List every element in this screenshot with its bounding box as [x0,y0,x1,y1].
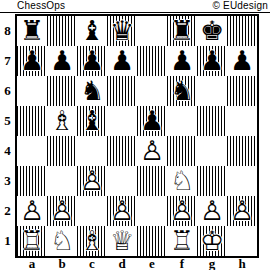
square-e7[interactable] [137,46,167,76]
square-b8[interactable] [47,16,77,46]
square-f3[interactable]: ♞♘ [167,166,197,196]
piece-white-knight-fill: ♞ [167,166,197,196]
piece-white-rook-fill: ♜ [17,226,47,256]
square-f2[interactable]: ♟♙ [167,196,197,226]
square-h6[interactable] [227,76,257,106]
square-e4[interactable]: ♟♙ [137,136,167,166]
square-e5[interactable]: ♟ [137,106,167,136]
piece-white-bishop: ♗ [47,106,77,136]
square-e6[interactable] [137,76,167,106]
square-f1[interactable]: ♜♖ [167,226,197,256]
piece-black-king: ♚ [197,16,227,46]
square-g7[interactable]: ♟ [197,46,227,76]
square-c1[interactable]: ♝♗ [77,226,107,256]
piece-black-bishop: ♝ [77,16,107,46]
square-b1[interactable]: ♞♘ [47,226,77,256]
rank-label-2: 2 [0,196,15,226]
piece-white-pawn: ♙ [227,196,257,226]
file-label-d: d [107,257,137,270]
square-h5[interactable] [227,106,257,136]
square-b4[interactable] [47,136,77,166]
piece-black-pawn: ♟ [107,46,137,76]
square-f8[interactable]: ♜ [167,16,197,46]
square-c4[interactable] [77,136,107,166]
square-a2[interactable]: ♟♙ [17,196,47,226]
piece-white-pawn: ♙ [77,166,107,196]
file-label-e: e [137,257,167,270]
square-d4[interactable] [107,136,137,166]
piece-white-pawn: ♙ [167,196,197,226]
piece-white-pawn-fill: ♟ [227,196,257,226]
piece-black-queen: ♛ [107,16,137,46]
piece-white-queen-fill: ♛ [107,226,137,256]
copyright-label: © EUdesign [212,0,268,12]
square-c6[interactable]: ♞ [77,76,107,106]
square-a7[interactable]: ♟ [17,46,47,76]
square-b7[interactable]: ♟ [47,46,77,76]
square-d5[interactable] [107,106,137,136]
square-g8[interactable]: ♚ [197,16,227,46]
square-f4[interactable] [167,136,197,166]
piece-white-rook: ♖ [167,226,197,256]
piece-white-pawn-fill: ♟ [107,196,137,226]
piece-white-knight: ♘ [47,226,77,256]
square-e8[interactable] [137,16,167,46]
title-bar: ChessOps © EUdesign [0,0,270,13]
square-f5[interactable] [167,106,197,136]
file-label-a: a [17,257,47,270]
piece-white-pawn-fill: ♟ [137,136,167,166]
square-c5[interactable]: ♝ [77,106,107,136]
piece-black-pawn: ♟ [167,46,197,76]
square-c3[interactable]: ♟♙ [77,166,107,196]
square-g2[interactable]: ♟♙ [197,196,227,226]
piece-white-pawn: ♙ [17,196,47,226]
piece-white-king: ♔ [197,226,227,256]
piece-white-rook: ♖ [17,226,47,256]
square-d8[interactable]: ♛ [107,16,137,46]
file-label-h: h [227,257,257,270]
piece-black-knight: ♞ [167,76,197,106]
square-h2[interactable]: ♟♙ [227,196,257,226]
square-g6[interactable] [197,76,227,106]
piece-white-king-fill: ♚ [197,226,227,256]
square-d6[interactable] [107,76,137,106]
square-b5[interactable]: ♝♗ [47,106,77,136]
rank-label-6: 6 [0,76,15,106]
square-d7[interactable]: ♟ [107,46,137,76]
piece-black-pawn: ♟ [17,46,47,76]
piece-black-rook: ♜ [17,16,47,46]
piece-white-bishop-fill: ♝ [47,106,77,136]
square-e1[interactable] [137,226,167,256]
square-e2[interactable] [137,196,167,226]
square-d3[interactable] [107,166,137,196]
square-h4[interactable] [227,136,257,166]
square-c7[interactable]: ♟ [77,46,107,76]
piece-black-rook: ♜ [167,16,197,46]
file-labels: abcdefgh [17,257,257,270]
file-label-b: b [47,257,77,270]
rank-label-5: 5 [0,106,15,136]
piece-white-rook-fill: ♜ [167,226,197,256]
file-label-g: g [197,257,227,270]
piece-black-pawn: ♟ [47,46,77,76]
square-g5[interactable] [197,106,227,136]
rank-labels: 87654321 [0,16,15,256]
square-g4[interactable] [197,136,227,166]
square-f7[interactable]: ♟ [167,46,197,76]
square-g3[interactable] [197,166,227,196]
piece-black-pawn: ♟ [197,46,227,76]
piece-black-knight: ♞ [77,76,107,106]
square-a5[interactable] [17,106,47,136]
square-h3[interactable] [227,166,257,196]
square-b6[interactable] [47,76,77,106]
piece-white-pawn-fill: ♟ [167,196,197,226]
square-d1[interactable]: ♛♕ [107,226,137,256]
square-c8[interactable]: ♝ [77,16,107,46]
square-a1[interactable]: ♜♖ [17,226,47,256]
square-a6[interactable] [17,76,47,106]
rank-label-8: 8 [0,16,15,46]
piece-white-bishop-fill: ♝ [77,226,107,256]
square-d2[interactable]: ♟♙ [107,196,137,226]
square-a8[interactable]: ♜ [17,16,47,46]
square-b2[interactable]: ♟♙ [47,196,77,226]
piece-black-bishop: ♝ [77,106,107,136]
square-a3[interactable] [17,166,47,196]
piece-white-pawn-fill: ♟ [47,196,77,226]
square-g1[interactable]: ♚♔ [197,226,227,256]
rank-label-4: 4 [0,136,15,166]
square-h7[interactable]: ♟ [227,46,257,76]
piece-white-pawn: ♙ [47,196,77,226]
piece-black-pawn: ♟ [77,46,107,76]
piece-white-pawn: ♙ [197,196,227,226]
rank-label-3: 3 [0,166,15,196]
piece-black-pawn: ♟ [137,106,167,136]
square-h1[interactable] [227,226,257,256]
square-a4[interactable] [17,136,47,166]
file-label-f: f [167,257,197,270]
piece-white-pawn: ♙ [107,196,137,226]
piece-white-knight: ♘ [167,166,197,196]
rank-label-7: 7 [0,46,15,76]
rank-label-1: 1 [0,226,15,256]
square-b3[interactable] [47,166,77,196]
piece-white-pawn-fill: ♟ [197,196,227,226]
square-h8[interactable] [227,16,257,46]
piece-white-pawn-fill: ♟ [77,166,107,196]
app-title: ChessOps [17,0,65,12]
piece-black-pawn: ♟ [227,46,257,76]
square-e3[interactable] [137,166,167,196]
file-label-c: c [77,257,107,270]
square-f6[interactable]: ♞ [167,76,197,106]
piece-white-queen: ♕ [107,226,137,256]
piece-white-pawn-fill: ♟ [17,196,47,226]
piece-white-knight-fill: ♞ [47,226,77,256]
square-c2[interactable] [77,196,107,226]
piece-white-bishop: ♗ [77,226,107,256]
chess-board: ♜♝♛♜♚♟♟♟♟♟♟♟♞♞♝♗♝♟♟♙♟♙♞♘♟♙♟♙♟♙♟♙♟♙♟♙♜♖♞♘… [15,14,259,258]
piece-white-pawn: ♙ [137,136,167,166]
